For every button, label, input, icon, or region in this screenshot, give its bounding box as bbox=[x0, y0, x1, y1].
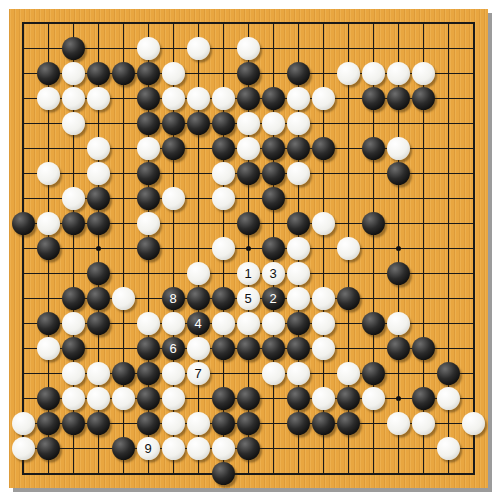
stone-black-c11r4[interactable] bbox=[262, 87, 285, 110]
stone-black-c12r6[interactable] bbox=[287, 137, 310, 160]
stone-black-c9r19[interactable] bbox=[212, 462, 235, 485]
stone-black-c15r4[interactable] bbox=[362, 87, 385, 110]
stone-black-c6r4[interactable] bbox=[137, 87, 160, 110]
stone-white-c10r6[interactable] bbox=[237, 137, 260, 160]
stone-white-c5r12[interactable] bbox=[112, 287, 135, 310]
stone-white-c5r16[interactable] bbox=[112, 387, 135, 410]
stone-white-c13r12[interactable] bbox=[312, 287, 335, 310]
move-number-label: 8 bbox=[169, 292, 176, 305]
stone-black-c4r11[interactable] bbox=[87, 262, 110, 285]
hoshi-point bbox=[96, 246, 101, 251]
stone-white-c11r5[interactable] bbox=[262, 112, 285, 135]
stone-black-c10r16[interactable] bbox=[237, 387, 260, 410]
stone-white-c3r13[interactable] bbox=[62, 312, 85, 335]
stone-black-c10r7[interactable] bbox=[237, 162, 260, 185]
stone-white-c1r17[interactable] bbox=[12, 412, 35, 435]
stone-white-c4r6[interactable] bbox=[87, 137, 110, 160]
stone-black-c4r13[interactable] bbox=[87, 312, 110, 335]
stone-white-c3r4[interactable] bbox=[62, 87, 85, 110]
stone-black-c6r5[interactable] bbox=[137, 112, 160, 135]
stone-black-c16r14[interactable] bbox=[387, 337, 410, 360]
stone-white-c13r14[interactable] bbox=[312, 337, 335, 360]
stone-black-c14r17[interactable] bbox=[337, 412, 360, 435]
stone-black-c2r13[interactable] bbox=[37, 312, 60, 335]
stone-white-c8r17[interactable] bbox=[187, 412, 210, 435]
stone-black-c16r4[interactable] bbox=[387, 87, 410, 110]
stone-black-c2r17[interactable] bbox=[37, 412, 60, 435]
stone-black-c18r15[interactable] bbox=[437, 362, 460, 385]
stone-white-c7r13[interactable] bbox=[162, 312, 185, 335]
stone-black-c2r16[interactable] bbox=[37, 387, 60, 410]
stone-black-c6r14[interactable] bbox=[137, 337, 160, 360]
stone-white-c6r2[interactable] bbox=[137, 37, 160, 60]
stone-black-c16r11[interactable] bbox=[387, 262, 410, 285]
stone-white-c12r11[interactable] bbox=[287, 262, 310, 285]
stone-white-c7r4[interactable] bbox=[162, 87, 185, 110]
move-number-label: 7 bbox=[194, 367, 201, 380]
stone-white-c14r3[interactable] bbox=[337, 62, 360, 85]
stone-white-c18r16[interactable] bbox=[437, 387, 460, 410]
stone-white-c13r4[interactable] bbox=[312, 87, 335, 110]
move-number-label: 3 bbox=[269, 267, 276, 280]
stone-black-c16r7[interactable] bbox=[387, 162, 410, 185]
move-number-label: 9 bbox=[144, 442, 151, 455]
stone-black-c12r16[interactable] bbox=[287, 387, 310, 410]
stone-white-c4r16[interactable] bbox=[87, 387, 110, 410]
stone-black-c5r15[interactable] bbox=[112, 362, 135, 385]
go-board[interactable]: 138524679 bbox=[9, 9, 488, 488]
stone-white-c12r10[interactable] bbox=[287, 237, 310, 260]
stone-white-c8r14[interactable] bbox=[187, 337, 210, 360]
stone-black-c4r9[interactable] bbox=[87, 212, 110, 235]
stone-white-c11r15[interactable] bbox=[262, 362, 285, 385]
move-number-label: 1 bbox=[244, 267, 251, 280]
stone-white-c16r13[interactable] bbox=[387, 312, 410, 335]
stone-white-c10r5[interactable] bbox=[237, 112, 260, 135]
stone-white-c10r11[interactable]: 1 bbox=[237, 262, 260, 285]
stone-black-c6r7[interactable] bbox=[137, 162, 160, 185]
stone-black-c8r5[interactable] bbox=[187, 112, 210, 135]
stone-black-c2r3[interactable] bbox=[37, 62, 60, 85]
stone-white-c7r18[interactable] bbox=[162, 437, 185, 460]
stone-white-c14r15[interactable] bbox=[337, 362, 360, 385]
stone-black-c7r6[interactable] bbox=[162, 137, 185, 160]
stone-black-c10r17[interactable] bbox=[237, 412, 260, 435]
stone-black-c11r8[interactable] bbox=[262, 187, 285, 210]
stone-white-c6r9[interactable] bbox=[137, 212, 160, 235]
stone-black-c10r14[interactable] bbox=[237, 337, 260, 360]
stone-white-c12r7[interactable] bbox=[287, 162, 310, 185]
stone-white-c1r18[interactable] bbox=[12, 437, 35, 460]
stone-white-c4r4[interactable] bbox=[87, 87, 110, 110]
stone-black-c3r9[interactable] bbox=[62, 212, 85, 235]
stone-white-c3r15[interactable] bbox=[62, 362, 85, 385]
stone-black-c9r16[interactable] bbox=[212, 387, 235, 410]
stone-white-c9r18[interactable] bbox=[212, 437, 235, 460]
stone-white-c13r13[interactable] bbox=[312, 312, 335, 335]
stone-white-c12r12[interactable] bbox=[287, 287, 310, 310]
hoshi-point bbox=[396, 246, 401, 251]
stone-black-c13r17[interactable] bbox=[312, 412, 335, 435]
stone-white-c9r13[interactable] bbox=[212, 312, 235, 335]
hoshi-point bbox=[246, 246, 251, 251]
stone-white-c11r13[interactable] bbox=[262, 312, 285, 335]
stone-black-c6r3[interactable] bbox=[137, 62, 160, 85]
stone-white-c9r8[interactable] bbox=[212, 187, 235, 210]
stone-white-c9r10[interactable] bbox=[212, 237, 235, 260]
stone-white-c4r15[interactable] bbox=[87, 362, 110, 385]
stone-black-c8r13[interactable]: 4 bbox=[187, 312, 210, 335]
stone-black-c11r10[interactable] bbox=[262, 237, 285, 260]
stone-white-c19r17[interactable] bbox=[462, 412, 485, 435]
stone-black-c12r13[interactable] bbox=[287, 312, 310, 335]
stone-black-c2r18[interactable] bbox=[37, 437, 60, 460]
stone-white-c17r17[interactable] bbox=[412, 412, 435, 435]
stone-black-c5r18[interactable] bbox=[112, 437, 135, 460]
stone-black-c11r12[interactable]: 2 bbox=[262, 287, 285, 310]
stone-black-c12r3[interactable] bbox=[287, 62, 310, 85]
stone-black-c7r12[interactable]: 8 bbox=[162, 287, 185, 310]
stone-black-c4r3[interactable] bbox=[87, 62, 110, 85]
stone-white-c7r15[interactable] bbox=[162, 362, 185, 385]
stone-white-c7r3[interactable] bbox=[162, 62, 185, 85]
stone-black-c14r12[interactable] bbox=[337, 287, 360, 310]
stone-black-c15r13[interactable] bbox=[362, 312, 385, 335]
stone-black-c2r10[interactable] bbox=[37, 237, 60, 260]
move-number-label: 5 bbox=[244, 292, 251, 305]
stone-white-c13r16[interactable] bbox=[312, 387, 335, 410]
stone-black-c11r6[interactable] bbox=[262, 137, 285, 160]
stone-black-c6r17[interactable] bbox=[137, 412, 160, 435]
stone-white-c13r9[interactable] bbox=[312, 212, 335, 235]
stone-black-c10r3[interactable] bbox=[237, 62, 260, 85]
stone-white-c6r13[interactable] bbox=[137, 312, 160, 335]
stone-white-c3r5[interactable] bbox=[62, 112, 85, 135]
stone-black-c9r17[interactable] bbox=[212, 412, 235, 435]
stone-white-c3r8[interactable] bbox=[62, 187, 85, 210]
stone-black-c15r15[interactable] bbox=[362, 362, 385, 385]
stone-white-c8r4[interactable] bbox=[187, 87, 210, 110]
stone-white-c16r17[interactable] bbox=[387, 412, 410, 435]
stone-white-c17r3[interactable] bbox=[412, 62, 435, 85]
stone-white-c10r12[interactable]: 5 bbox=[237, 287, 260, 310]
stone-black-c5r3[interactable] bbox=[112, 62, 135, 85]
stone-black-c9r6[interactable] bbox=[212, 137, 235, 160]
stone-white-c9r4[interactable] bbox=[212, 87, 235, 110]
stone-black-c6r15[interactable] bbox=[137, 362, 160, 385]
stone-white-c7r16[interactable] bbox=[162, 387, 185, 410]
stone-white-c2r4[interactable] bbox=[37, 87, 60, 110]
stone-white-c15r3[interactable] bbox=[362, 62, 385, 85]
stone-black-c4r17[interactable] bbox=[87, 412, 110, 435]
stone-white-c15r16[interactable] bbox=[362, 387, 385, 410]
stone-black-c6r10[interactable] bbox=[137, 237, 160, 260]
stone-black-c3r14[interactable] bbox=[62, 337, 85, 360]
stone-black-c17r4[interactable] bbox=[412, 87, 435, 110]
stone-black-c3r17[interactable] bbox=[62, 412, 85, 435]
stone-black-c17r14[interactable] bbox=[412, 337, 435, 360]
stone-white-c7r8[interactable] bbox=[162, 187, 185, 210]
stone-black-c7r5[interactable] bbox=[162, 112, 185, 135]
stone-black-c10r9[interactable] bbox=[237, 212, 260, 235]
stone-white-c8r2[interactable] bbox=[187, 37, 210, 60]
stone-white-c11r11[interactable]: 3 bbox=[262, 262, 285, 285]
stone-white-c12r4[interactable] bbox=[287, 87, 310, 110]
hoshi-point bbox=[396, 396, 401, 401]
stone-black-c1r9[interactable] bbox=[12, 212, 35, 235]
stone-white-c10r13[interactable] bbox=[237, 312, 260, 335]
stone-white-c16r6[interactable] bbox=[387, 137, 410, 160]
stone-white-c2r7[interactable] bbox=[37, 162, 60, 185]
stone-white-c7r17[interactable] bbox=[162, 412, 185, 435]
stone-black-c12r14[interactable] bbox=[287, 337, 310, 360]
stone-white-c18r18[interactable] bbox=[437, 437, 460, 460]
stone-black-c8r12[interactable] bbox=[187, 287, 210, 310]
stone-black-c9r12[interactable] bbox=[212, 287, 235, 310]
stone-white-c2r9[interactable] bbox=[37, 212, 60, 235]
stone-white-c16r3[interactable] bbox=[387, 62, 410, 85]
move-number-label: 2 bbox=[269, 292, 276, 305]
stone-black-c11r7[interactable] bbox=[262, 162, 285, 185]
stone-black-c3r2[interactable] bbox=[62, 37, 85, 60]
move-number-label: 6 bbox=[169, 342, 176, 355]
stone-white-c6r6[interactable] bbox=[137, 137, 160, 160]
stone-black-c6r8[interactable] bbox=[137, 187, 160, 210]
stone-black-c15r6[interactable] bbox=[362, 137, 385, 160]
stone-white-c14r10[interactable] bbox=[337, 237, 360, 260]
stone-black-c9r5[interactable] bbox=[212, 112, 235, 135]
stone-white-c8r18[interactable] bbox=[187, 437, 210, 460]
stone-black-c10r4[interactable] bbox=[237, 87, 260, 110]
stone-black-c13r6[interactable] bbox=[312, 137, 335, 160]
stone-black-c12r17[interactable] bbox=[287, 412, 310, 435]
stone-black-c7r14[interactable]: 6 bbox=[162, 337, 185, 360]
stone-white-c6r18[interactable]: 9 bbox=[137, 437, 160, 460]
stone-black-c14r16[interactable] bbox=[337, 387, 360, 410]
stone-white-c9r7[interactable] bbox=[212, 162, 235, 185]
stone-black-c10r18[interactable] bbox=[237, 437, 260, 460]
stone-white-c8r15[interactable]: 7 bbox=[187, 362, 210, 385]
move-number-label: 4 bbox=[194, 317, 201, 330]
stone-black-c17r16[interactable] bbox=[412, 387, 435, 410]
stone-black-c11r14[interactable] bbox=[262, 337, 285, 360]
stone-black-c4r8[interactable] bbox=[87, 187, 110, 210]
stone-white-c10r2[interactable] bbox=[237, 37, 260, 60]
stone-black-c4r12[interactable] bbox=[87, 287, 110, 310]
stone-white-c4r7[interactable] bbox=[87, 162, 110, 185]
stone-white-c2r14[interactable] bbox=[37, 337, 60, 360]
stone-white-c8r11[interactable] bbox=[187, 262, 210, 285]
stone-black-c15r9[interactable] bbox=[362, 212, 385, 235]
stone-white-c3r3[interactable] bbox=[62, 62, 85, 85]
stone-black-c3r12[interactable] bbox=[62, 287, 85, 310]
stone-black-c12r9[interactable] bbox=[287, 212, 310, 235]
stone-black-c9r14[interactable] bbox=[212, 337, 235, 360]
stone-black-c6r16[interactable] bbox=[137, 387, 160, 410]
stone-white-c12r5[interactable] bbox=[287, 112, 310, 135]
stone-white-c3r16[interactable] bbox=[62, 387, 85, 410]
stone-white-c12r15[interactable] bbox=[287, 362, 310, 385]
